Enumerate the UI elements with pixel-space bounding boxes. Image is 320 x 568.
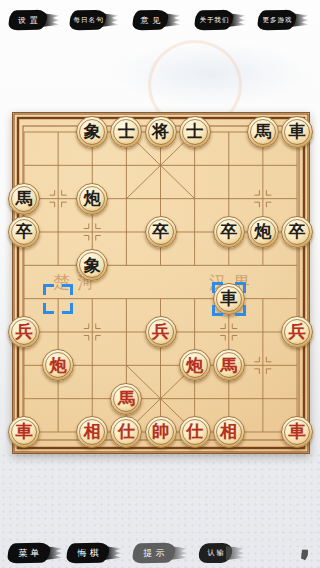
resign-button[interactable]: 认输 <box>199 543 232 563</box>
piece-black-elephant[interactable]: 象 <box>76 249 108 281</box>
piece-black-soldier[interactable]: 卒 <box>8 216 40 248</box>
piece-black-soldier[interactable]: 卒 <box>213 216 245 248</box>
hint-button[interactable]: 提示 <box>133 543 175 563</box>
pieces-layer: 象士将士馬車馬炮卒卒卒炮卒象車兵兵兵炮炮馬馬車相仕帥仕相車 <box>7 115 314 448</box>
piece-black-soldier[interactable]: 卒 <box>281 216 313 248</box>
feedback-button-label: 意见 <box>137 15 165 26</box>
daily-quote-button[interactable]: 每日名句 <box>70 10 106 30</box>
piece-red-elephant[interactable]: 相 <box>213 416 245 448</box>
piece-red-horse[interactable]: 馬 <box>110 383 142 415</box>
more-games-button-label: 更多游戏 <box>262 16 293 25</box>
piece-glyph: 炮 <box>186 357 203 374</box>
piece-glyph: 車 <box>289 423 306 440</box>
piece-red-horse[interactable]: 馬 <box>213 349 245 381</box>
piece-glyph: 相 <box>84 423 101 440</box>
piece-black-cannon[interactable]: 炮 <box>76 183 108 215</box>
piece-glyph: 仕 <box>118 423 135 440</box>
piece-glyph: 象 <box>84 123 101 140</box>
brush-tail <box>162 13 181 27</box>
settings-button[interactable]: 设置 <box>9 10 47 30</box>
piece-glyph: 馬 <box>118 390 135 407</box>
brush-tail <box>290 13 309 27</box>
piece-glyph: 卒 <box>152 223 169 240</box>
piece-glyph: 相 <box>220 423 237 440</box>
about-us-button[interactable]: 关于我们 <box>195 10 233 30</box>
piece-glyph: 車 <box>16 423 33 440</box>
piece-red-chariot[interactable]: 車 <box>8 416 40 448</box>
brush-tail <box>44 546 63 560</box>
brush-tail <box>169 546 188 560</box>
daily-quote-button-label: 每日名句 <box>73 16 104 25</box>
piece-red-soldier[interactable]: 兵 <box>145 316 177 348</box>
piece-black-advisor[interactable]: 士 <box>110 116 142 148</box>
piece-black-chariot[interactable]: 車 <box>281 116 313 148</box>
piece-black-soldier[interactable]: 卒 <box>145 216 177 248</box>
undo-button-label: 悔棋 <box>75 547 102 560</box>
brush-tail <box>227 13 246 27</box>
piece-glyph: 炮 <box>84 190 101 207</box>
piece-glyph: 馬 <box>220 357 237 374</box>
ink-edge-mark <box>300 549 308 561</box>
piece-glyph: 卒 <box>16 223 33 240</box>
piece-glyph: 馬 <box>16 190 33 207</box>
piece-glyph: 兵 <box>16 323 33 340</box>
piece-glyph: 象 <box>84 257 101 274</box>
piece-glyph: 卒 <box>289 223 306 240</box>
piece-glyph: 馬 <box>254 123 271 140</box>
piece-red-soldier[interactable]: 兵 <box>281 316 313 348</box>
piece-red-cannon[interactable]: 炮 <box>42 349 74 381</box>
piece-glyph: 車 <box>220 290 237 307</box>
piece-red-cannon[interactable]: 炮 <box>179 349 211 381</box>
piece-red-soldier[interactable]: 兵 <box>8 316 40 348</box>
piece-red-general[interactable]: 帥 <box>145 416 177 448</box>
piece-black-horse[interactable]: 馬 <box>8 183 40 215</box>
piece-glyph: 炮 <box>254 223 271 240</box>
hint-button-label: 提示 <box>141 547 168 560</box>
piece-glyph: 仕 <box>186 423 203 440</box>
more-games-button[interactable]: 更多游戏 <box>258 10 296 30</box>
brush-tail <box>226 546 245 560</box>
piece-red-advisor[interactable]: 仕 <box>110 416 142 448</box>
feedback-button[interactable]: 意见 <box>133 10 168 30</box>
about-us-button-label: 关于我们 <box>199 16 230 25</box>
undo-button[interactable]: 悔棋 <box>67 543 109 563</box>
piece-black-cannon[interactable]: 炮 <box>247 216 279 248</box>
piece-black-chariot[interactable]: 車 <box>213 283 245 315</box>
piece-glyph: 士 <box>118 123 135 140</box>
xiangqi-board[interactable]: 楚河 汉界 象士将士馬車馬炮卒卒卒炮卒象車兵兵兵炮炮馬馬車相仕帥仕相車 <box>12 112 310 454</box>
menu-button[interactable]: 菜单 <box>8 543 50 563</box>
resign-button-label: 认输 <box>206 548 226 558</box>
settings-button-label: 设置 <box>14 15 42 26</box>
piece-black-advisor[interactable]: 士 <box>179 116 211 148</box>
piece-black-elephant[interactable]: 象 <box>76 116 108 148</box>
piece-red-chariot[interactable]: 車 <box>281 416 313 448</box>
move-marker-from <box>45 286 71 312</box>
piece-glyph: 兵 <box>152 323 169 340</box>
piece-black-general[interactable]: 将 <box>145 116 177 148</box>
piece-red-advisor[interactable]: 仕 <box>179 416 211 448</box>
menu-button-label: 菜单 <box>16 547 43 560</box>
piece-glyph: 兵 <box>289 323 306 340</box>
brush-tail <box>41 13 60 27</box>
piece-glyph: 卒 <box>220 223 237 240</box>
piece-glyph: 車 <box>289 123 306 140</box>
piece-glyph: 士 <box>186 123 203 140</box>
piece-glyph: 炮 <box>50 357 67 374</box>
brush-tail <box>103 546 122 560</box>
piece-glyph: 帥 <box>152 423 169 440</box>
piece-glyph: 将 <box>152 123 169 140</box>
piece-black-horse[interactable]: 馬 <box>247 116 279 148</box>
piece-red-elephant[interactable]: 相 <box>76 416 108 448</box>
